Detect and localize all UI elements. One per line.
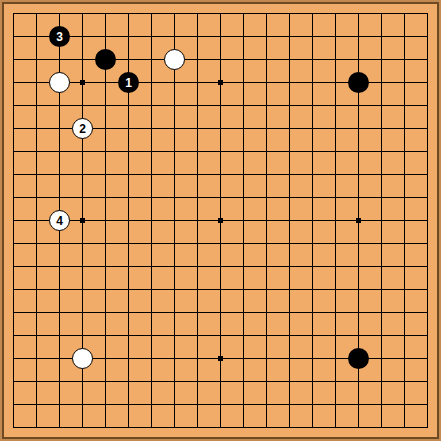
go-stone-black: 1 [118, 72, 139, 93]
go-stone-white [164, 49, 185, 70]
go-stone-white: 2 [72, 118, 93, 139]
grid-line-vertical [427, 13, 428, 428]
go-board: 3124 [0, 0, 441, 441]
grid-line-horizontal [13, 381, 428, 382]
star-point [356, 218, 361, 223]
grid-line-horizontal [13, 243, 428, 244]
star-point [218, 356, 223, 361]
grid-line-vertical [335, 13, 336, 428]
go-stone-black [348, 72, 369, 93]
go-stone-black: 3 [49, 26, 70, 47]
grid-line-horizontal [13, 312, 428, 313]
move-number-label: 3 [56, 31, 63, 43]
grid-line-vertical [266, 13, 267, 428]
grid-line-horizontal [13, 289, 428, 290]
star-point [80, 80, 85, 85]
grid-line-horizontal [13, 266, 428, 267]
grid-line-vertical [404, 13, 405, 428]
star-point [218, 80, 223, 85]
go-stone-white: 4 [49, 210, 70, 231]
move-number-label: 1 [125, 77, 132, 89]
grid-line-horizontal [13, 335, 428, 336]
star-point [80, 218, 85, 223]
grid-line-vertical [312, 13, 313, 428]
grid-line-vertical [289, 13, 290, 428]
go-stone-white [49, 72, 70, 93]
go-stone-black [348, 348, 369, 369]
star-point [218, 218, 223, 223]
grid-line-vertical [243, 13, 244, 428]
grid-line-horizontal [13, 427, 428, 428]
go-stone-black [95, 49, 116, 70]
move-number-label: 2 [79, 123, 86, 135]
move-number-label: 4 [56, 215, 63, 227]
go-stone-white [72, 348, 93, 369]
grid-line-horizontal [13, 404, 428, 405]
grid-line-vertical [381, 13, 382, 428]
go-board-grid: 3124 [2, 2, 439, 439]
